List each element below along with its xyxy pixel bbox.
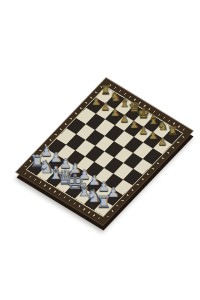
chess-set-product-photo: ♜♞♝♛♚♝♞♜♟♟♟♟♟♟♟♟♟♟♟♟♟♟♟♟♜♞♝♛♚♝♞♜ [0, 0, 200, 300]
chess-board [16, 78, 193, 225]
